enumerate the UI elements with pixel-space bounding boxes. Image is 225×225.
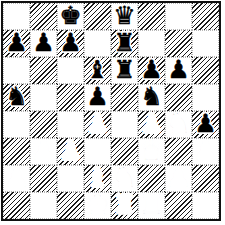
square-h1[interactable]: [192, 192, 219, 219]
square-a3[interactable]: [3, 138, 30, 165]
square-e6[interactable]: ♜: [111, 57, 138, 84]
square-g7[interactable]: [165, 30, 192, 57]
square-c1[interactable]: [57, 192, 84, 219]
piece-black-knight: ♞: [140, 84, 162, 109]
square-b3[interactable]: ♟: [30, 138, 57, 165]
square-h6[interactable]: [192, 57, 219, 84]
piece-white-king: ♚: [86, 192, 108, 217]
piece-white-pawn: ♟: [140, 111, 162, 136]
chess-board-frame: ♚♛♟♟♟♜♝♜♟♟♞♟♞♟♟♞♟♟♟♛♟♟♝♞♟♚♜♜: [1, 1, 221, 221]
square-f4[interactable]: ♟: [138, 111, 165, 138]
square-b4[interactable]: [30, 111, 57, 138]
square-g6[interactable]: ♟: [165, 57, 192, 84]
square-d3[interactable]: [84, 138, 111, 165]
square-h8[interactable]: [192, 3, 219, 30]
piece-black-pawn: ♟: [194, 111, 216, 136]
square-b6[interactable]: [30, 57, 57, 84]
piece-black-rook: ♜: [113, 30, 135, 55]
square-b7[interactable]: ♟: [30, 30, 57, 57]
piece-white-rook: ♜: [113, 192, 135, 217]
square-g3[interactable]: [165, 138, 192, 165]
square-d5[interactable]: ♟: [84, 84, 111, 111]
piece-black-knight: ♞: [5, 84, 27, 109]
square-d2[interactable]: ♝: [84, 165, 111, 192]
square-a5[interactable]: ♞: [3, 84, 30, 111]
square-h5[interactable]: [192, 84, 219, 111]
square-d7[interactable]: [84, 30, 111, 57]
piece-white-pawn: ♟: [86, 111, 108, 136]
square-g4[interactable]: ♞: [165, 111, 192, 138]
piece-black-queen: ♛: [113, 3, 135, 28]
square-f7[interactable]: [138, 30, 165, 57]
square-g8[interactable]: [165, 3, 192, 30]
square-d1[interactable]: ♚: [84, 192, 111, 219]
square-e2[interactable]: ♞: [111, 165, 138, 192]
piece-black-rook: ♜: [113, 57, 135, 82]
piece-black-pawn: ♟: [167, 57, 189, 82]
piece-white-pawn: ♟: [194, 138, 216, 163]
piece-black-pawn: ♟: [59, 30, 81, 55]
square-a4[interactable]: [3, 111, 30, 138]
square-e4[interactable]: [111, 111, 138, 138]
square-h3[interactable]: ♟: [192, 138, 219, 165]
piece-black-king: ♚: [59, 3, 81, 28]
square-c3[interactable]: ♟: [57, 138, 84, 165]
piece-black-pawn: ♟: [5, 30, 27, 55]
square-g1[interactable]: [165, 192, 192, 219]
square-f2[interactable]: [138, 165, 165, 192]
square-f5[interactable]: ♞: [138, 84, 165, 111]
chess-board: ♚♛♟♟♟♜♝♜♟♟♞♟♞♟♟♞♟♟♟♛♟♟♝♞♟♚♜♜: [3, 3, 219, 219]
piece-white-knight: ♞: [167, 111, 189, 136]
square-h4[interactable]: ♟: [192, 111, 219, 138]
square-a7[interactable]: ♟: [3, 30, 30, 57]
square-e8[interactable]: ♛: [111, 3, 138, 30]
square-f3[interactable]: ♛: [138, 138, 165, 165]
piece-white-bishop: ♝: [86, 165, 108, 190]
piece-black-bishop: ♝: [86, 57, 108, 82]
square-c8[interactable]: ♚: [57, 3, 84, 30]
square-a1[interactable]: [3, 192, 30, 219]
square-f8[interactable]: [138, 3, 165, 30]
piece-white-knight: ♞: [113, 165, 135, 190]
square-d4[interactable]: ♟: [84, 111, 111, 138]
piece-black-pawn: ♟: [32, 30, 54, 55]
square-e1[interactable]: ♜: [111, 192, 138, 219]
square-e7[interactable]: ♜: [111, 30, 138, 57]
square-h2[interactable]: [192, 165, 219, 192]
square-g2[interactable]: ♟: [165, 165, 192, 192]
square-e3[interactable]: [111, 138, 138, 165]
piece-white-pawn: ♟: [5, 165, 27, 190]
square-b8[interactable]: [30, 3, 57, 30]
square-d8[interactable]: [84, 3, 111, 30]
square-g5[interactable]: [165, 84, 192, 111]
square-d6[interactable]: ♝: [84, 57, 111, 84]
square-f6[interactable]: ♟: [138, 57, 165, 84]
square-c5[interactable]: [57, 84, 84, 111]
square-a6[interactable]: [3, 57, 30, 84]
square-b5[interactable]: [30, 84, 57, 111]
square-b2[interactable]: [30, 165, 57, 192]
piece-black-pawn: ♟: [140, 57, 162, 82]
piece-white-queen: ♛: [140, 138, 162, 163]
square-c7[interactable]: ♟: [57, 30, 84, 57]
square-b1[interactable]: [30, 192, 57, 219]
piece-white-pawn: ♟: [167, 165, 189, 190]
square-a8[interactable]: [3, 3, 30, 30]
piece-white-pawn: ♟: [32, 138, 54, 163]
square-e5[interactable]: [111, 84, 138, 111]
square-c6[interactable]: [57, 57, 84, 84]
square-a2[interactable]: ♟: [3, 165, 30, 192]
piece-white-rook: ♜: [140, 192, 162, 217]
square-c2[interactable]: [57, 165, 84, 192]
piece-black-pawn: ♟: [86, 84, 108, 109]
square-c4[interactable]: [57, 111, 84, 138]
square-h7[interactable]: [192, 30, 219, 57]
piece-white-pawn: ♟: [59, 138, 81, 163]
square-f1[interactable]: ♜: [138, 192, 165, 219]
